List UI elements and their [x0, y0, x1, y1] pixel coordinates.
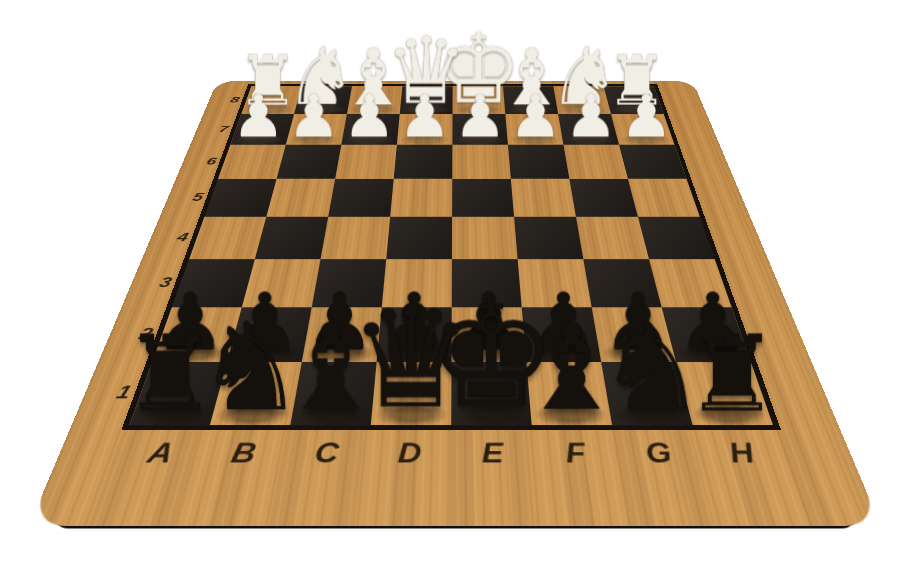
file-label-g: G — [614, 437, 704, 471]
file-label-h: H — [696, 437, 789, 471]
white-pawn[interactable]: ♟ — [454, 90, 507, 144]
black-bishop[interactable]: ♝ — [277, 313, 384, 423]
square-b5[interactable] — [266, 179, 335, 217]
file-label-f: F — [533, 437, 620, 471]
square-f1[interactable]: ♝ — [526, 362, 612, 425]
square-c1[interactable]: ♝ — [290, 362, 376, 425]
square-d6[interactable] — [394, 145, 453, 179]
square-g5[interactable] — [569, 179, 638, 217]
square-c7[interactable]: ♟ — [341, 114, 399, 145]
white-pawn[interactable]: ♟ — [398, 90, 451, 144]
square-c4[interactable] — [321, 217, 391, 260]
square-g6[interactable] — [563, 145, 627, 179]
white-pawn[interactable]: ♟ — [343, 90, 396, 144]
square-a1[interactable]: ♜ — [129, 362, 226, 425]
square-d7[interactable]: ♟ — [397, 114, 453, 145]
square-b7[interactable]: ♟ — [286, 114, 347, 145]
square-c6[interactable] — [335, 145, 397, 179]
square-f4[interactable] — [514, 217, 583, 260]
square-d4[interactable] — [386, 217, 452, 260]
square-g4[interactable] — [576, 217, 649, 260]
black-rook[interactable]: ♜ — [685, 326, 779, 423]
white-pawn[interactable]: ♟ — [509, 90, 562, 144]
square-f6[interactable] — [508, 145, 569, 179]
square-h7[interactable]: ♟ — [611, 114, 675, 145]
square-h4[interactable] — [638, 217, 715, 260]
square-a7[interactable]: ♟ — [230, 114, 294, 145]
square-h1[interactable]: ♜ — [676, 362, 773, 425]
square-h5[interactable] — [628, 179, 700, 217]
photo-background: ♜♞♝♛♚♝♞♜♟♟♟♟♟♟♟♟♟♟♟♟♟♟♟♟♜♞♝♛♚♝♞♜ 8765432… — [0, 0, 900, 564]
file-label-c: C — [282, 437, 370, 471]
square-e6[interactable] — [452, 145, 511, 179]
square-b6[interactable] — [277, 145, 342, 179]
file-label-b: B — [198, 437, 289, 471]
square-e5[interactable] — [452, 179, 514, 217]
file-label-e: E — [451, 437, 535, 471]
square-f7[interactable]: ♟ — [505, 114, 563, 145]
white-pawn[interactable]: ♟ — [565, 90, 618, 144]
square-h6[interactable] — [619, 145, 686, 179]
square-c5[interactable] — [328, 179, 393, 217]
board-edge — [52, 511, 858, 529]
white-pawn[interactable]: ♟ — [287, 90, 340, 144]
white-pawn[interactable]: ♟ — [620, 90, 673, 144]
file-label-a: A — [113, 437, 207, 471]
white-pawn[interactable]: ♟ — [232, 90, 285, 144]
square-e4[interactable] — [452, 217, 518, 260]
square-d5[interactable] — [390, 179, 452, 217]
square-b4[interactable] — [255, 217, 328, 260]
chess-board: ♜♞♝♛♚♝♞♜♟♟♟♟♟♟♟♟♟♟♟♟♟♟♟♟♜♞♝♛♚♝♞♜ 8765432… — [29, 81, 881, 527]
square-g7[interactable]: ♟ — [558, 114, 619, 145]
square-f5[interactable] — [511, 179, 576, 217]
file-coordinates: ABCDEFGH — [113, 437, 789, 471]
square-e7[interactable]: ♟ — [452, 114, 508, 145]
black-rook[interactable]: ♜ — [123, 326, 217, 423]
black-bishop[interactable]: ♝ — [518, 313, 625, 423]
file-label-d: D — [367, 437, 452, 471]
